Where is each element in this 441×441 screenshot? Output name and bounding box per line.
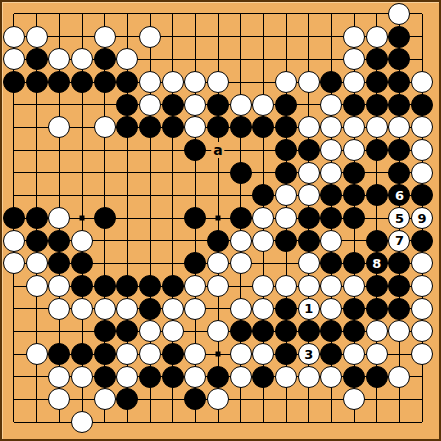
board-cell[interactable]	[297, 207, 320, 230]
board-cell[interactable]	[48, 161, 71, 184]
board-cell[interactable]	[229, 48, 252, 71]
board-cell[interactable]	[343, 139, 366, 162]
board-cell[interactable]	[207, 252, 230, 275]
board-cell[interactable]	[139, 252, 162, 275]
board-cell[interactable]	[93, 365, 116, 388]
board-cell[interactable]	[184, 252, 207, 275]
board-cell[interactable]	[388, 3, 411, 26]
board-cell[interactable]	[184, 297, 207, 320]
board-cell[interactable]	[229, 3, 252, 26]
board-cell[interactable]	[184, 3, 207, 26]
board-cell[interactable]	[229, 161, 252, 184]
board-cell[interactable]	[411, 275, 434, 298]
board-cell[interactable]	[365, 93, 388, 116]
board-cell[interactable]	[275, 411, 298, 434]
board-cell[interactable]	[184, 411, 207, 434]
board-cell[interactable]	[93, 207, 116, 230]
board-cell[interactable]	[139, 320, 162, 343]
board-cell[interactable]	[252, 320, 275, 343]
board-cell[interactable]	[411, 116, 434, 139]
board-cell[interactable]	[116, 320, 139, 343]
board-cell[interactable]	[275, 343, 298, 366]
board-cell[interactable]	[25, 48, 48, 71]
board-cell[interactable]	[365, 139, 388, 162]
board-cell[interactable]	[25, 161, 48, 184]
board-cell[interactable]	[411, 139, 434, 162]
board-cell[interactable]	[365, 71, 388, 94]
board-cell[interactable]	[161, 139, 184, 162]
board-cell[interactable]	[411, 161, 434, 184]
board-cell[interactable]	[71, 411, 94, 434]
board-cell[interactable]	[161, 320, 184, 343]
board-cell[interactable]	[320, 184, 343, 207]
board-cell[interactable]	[275, 365, 298, 388]
board-cell[interactable]	[116, 3, 139, 26]
board-cell[interactable]	[229, 297, 252, 320]
board-cell[interactable]	[365, 297, 388, 320]
board-cell[interactable]	[229, 343, 252, 366]
board-cell[interactable]	[3, 229, 26, 252]
board-cell[interactable]	[297, 320, 320, 343]
board-cell[interactable]	[161, 365, 184, 388]
board-cell[interactable]	[25, 297, 48, 320]
board-cell[interactable]	[116, 184, 139, 207]
board-cell[interactable]	[3, 207, 26, 230]
board-cell[interactable]	[252, 252, 275, 275]
board-cell[interactable]	[388, 411, 411, 434]
board-cell[interactable]	[139, 388, 162, 411]
board-cell[interactable]	[25, 116, 48, 139]
board-cell[interactable]	[343, 411, 366, 434]
board-cell[interactable]	[388, 48, 411, 71]
board-cell[interactable]	[139, 93, 162, 116]
board-cell[interactable]	[275, 207, 298, 230]
board-cell[interactable]	[229, 139, 252, 162]
board-cell[interactable]	[3, 297, 26, 320]
board-cell[interactable]	[139, 139, 162, 162]
board-cell[interactable]	[3, 93, 26, 116]
board-cell[interactable]	[365, 411, 388, 434]
board-cell[interactable]	[48, 297, 71, 320]
board-cell[interactable]	[411, 184, 434, 207]
board-cell[interactable]	[229, 388, 252, 411]
board-cell[interactable]	[207, 184, 230, 207]
board-cell[interactable]	[3, 139, 26, 162]
board-cell[interactable]	[252, 343, 275, 366]
board-cell[interactable]	[343, 320, 366, 343]
board-cell[interactable]	[25, 25, 48, 48]
board-cell[interactable]	[71, 229, 94, 252]
board-cell[interactable]: 6	[388, 184, 411, 207]
board-cell[interactable]	[365, 320, 388, 343]
board-cell[interactable]	[275, 252, 298, 275]
board-cell[interactable]	[48, 365, 71, 388]
board-cell[interactable]	[320, 207, 343, 230]
board-cell[interactable]	[139, 411, 162, 434]
board-cell[interactable]	[116, 229, 139, 252]
board-cell[interactable]	[365, 275, 388, 298]
board-cell[interactable]	[343, 71, 366, 94]
board-cell[interactable]: 8	[365, 252, 388, 275]
board-cell[interactable]	[229, 365, 252, 388]
board-cell[interactable]	[48, 93, 71, 116]
board-cell[interactable]	[297, 116, 320, 139]
board-cell[interactable]	[388, 320, 411, 343]
board-cell[interactable]	[48, 207, 71, 230]
board-cell[interactable]	[184, 161, 207, 184]
board-cell[interactable]: a	[207, 139, 230, 162]
board-cell[interactable]	[71, 365, 94, 388]
board-cell[interactable]	[275, 320, 298, 343]
board-cell[interactable]	[275, 297, 298, 320]
board-cell[interactable]	[320, 116, 343, 139]
board-cell[interactable]	[320, 411, 343, 434]
board-cell[interactable]	[93, 25, 116, 48]
board-cell[interactable]	[116, 207, 139, 230]
board-cell[interactable]	[229, 207, 252, 230]
board-cell[interactable]	[411, 48, 434, 71]
board-cell[interactable]	[275, 116, 298, 139]
board-cell[interactable]	[71, 320, 94, 343]
board-cell[interactable]	[320, 365, 343, 388]
board-cell[interactable]	[25, 207, 48, 230]
board-cell[interactable]	[25, 93, 48, 116]
board-cell[interactable]	[252, 116, 275, 139]
board-cell[interactable]	[365, 365, 388, 388]
board-cell[interactable]	[411, 411, 434, 434]
board-cell[interactable]	[3, 48, 26, 71]
board-cell[interactable]	[93, 229, 116, 252]
board-cell[interactable]	[93, 71, 116, 94]
board-cell[interactable]	[343, 275, 366, 298]
board-cell[interactable]	[25, 275, 48, 298]
board-cell[interactable]	[184, 343, 207, 366]
board-cell[interactable]	[275, 3, 298, 26]
board-cell[interactable]	[252, 184, 275, 207]
board-cell[interactable]	[275, 229, 298, 252]
board-cell[interactable]	[275, 48, 298, 71]
board-cell[interactable]	[116, 71, 139, 94]
board-cell[interactable]	[297, 3, 320, 26]
board-cell[interactable]	[252, 275, 275, 298]
board-cell[interactable]	[3, 365, 26, 388]
board-cell[interactable]	[184, 207, 207, 230]
board-cell[interactable]	[3, 116, 26, 139]
board-cell[interactable]	[3, 161, 26, 184]
board-cell[interactable]	[71, 161, 94, 184]
board-cell[interactable]	[388, 388, 411, 411]
board-cell[interactable]	[411, 320, 434, 343]
board-cell[interactable]	[365, 343, 388, 366]
board-cell[interactable]	[207, 229, 230, 252]
board-cell[interactable]	[229, 275, 252, 298]
board-cell[interactable]	[411, 93, 434, 116]
board-cell[interactable]	[411, 343, 434, 366]
board-cell[interactable]	[184, 388, 207, 411]
board-cell[interactable]	[139, 161, 162, 184]
board-cell[interactable]	[3, 252, 26, 275]
board-cell[interactable]	[297, 71, 320, 94]
board-cell[interactable]	[25, 388, 48, 411]
board-cell[interactable]	[184, 184, 207, 207]
board-cell[interactable]	[297, 161, 320, 184]
board-cell[interactable]	[116, 48, 139, 71]
board-cell[interactable]	[252, 388, 275, 411]
board-cell[interactable]	[48, 3, 71, 26]
board-cell[interactable]	[3, 3, 26, 26]
board-cell[interactable]	[93, 320, 116, 343]
board-cell[interactable]	[411, 25, 434, 48]
board-cell[interactable]	[207, 343, 230, 366]
board-cell[interactable]	[116, 161, 139, 184]
board-cell[interactable]	[116, 139, 139, 162]
board-cell[interactable]	[207, 161, 230, 184]
board-cell[interactable]	[184, 139, 207, 162]
board-cell[interactable]	[93, 388, 116, 411]
board-cell[interactable]	[229, 71, 252, 94]
board-cell[interactable]	[139, 71, 162, 94]
board-cell[interactable]	[184, 48, 207, 71]
board-cell[interactable]: 5	[388, 207, 411, 230]
board-cell[interactable]	[252, 93, 275, 116]
board-cell[interactable]	[161, 161, 184, 184]
board-cell[interactable]	[3, 71, 26, 94]
board-cell[interactable]	[71, 275, 94, 298]
board-cell[interactable]	[229, 93, 252, 116]
board-cell[interactable]	[229, 320, 252, 343]
board-cell[interactable]	[229, 184, 252, 207]
board-cell[interactable]	[320, 252, 343, 275]
board-cell[interactable]	[161, 297, 184, 320]
board-cell[interactable]	[184, 71, 207, 94]
board-cell[interactable]	[48, 139, 71, 162]
board-cell[interactable]	[388, 161, 411, 184]
board-cell[interactable]	[48, 275, 71, 298]
board-cell[interactable]	[71, 252, 94, 275]
board-cell[interactable]	[93, 3, 116, 26]
board-cell[interactable]	[161, 411, 184, 434]
board-cell[interactable]	[25, 3, 48, 26]
board-cell[interactable]	[71, 184, 94, 207]
board-cell[interactable]	[3, 388, 26, 411]
board-cell[interactable]	[25, 252, 48, 275]
board-cell[interactable]	[71, 139, 94, 162]
board-cell[interactable]	[93, 275, 116, 298]
board-cell[interactable]	[252, 71, 275, 94]
board-cell[interactable]	[297, 275, 320, 298]
board-cell[interactable]	[161, 229, 184, 252]
board-cell[interactable]	[343, 184, 366, 207]
board-cell[interactable]	[93, 252, 116, 275]
board-cell[interactable]	[411, 252, 434, 275]
board-cell[interactable]	[207, 3, 230, 26]
board-cell[interactable]	[275, 25, 298, 48]
board-cell[interactable]	[320, 229, 343, 252]
board-cell[interactable]	[184, 365, 207, 388]
board-cell[interactable]	[229, 25, 252, 48]
board-cell[interactable]	[25, 71, 48, 94]
board-cell[interactable]	[297, 93, 320, 116]
board-cell[interactable]	[139, 48, 162, 71]
board-cell[interactable]	[161, 71, 184, 94]
board-cell[interactable]	[275, 275, 298, 298]
board-cell[interactable]	[161, 3, 184, 26]
board-cell[interactable]	[252, 139, 275, 162]
board-cell[interactable]	[320, 25, 343, 48]
board-cell[interactable]	[3, 343, 26, 366]
board-cell[interactable]	[207, 388, 230, 411]
board-cell[interactable]	[252, 3, 275, 26]
board-cell[interactable]	[275, 161, 298, 184]
board-cell[interactable]	[365, 161, 388, 184]
board-cell[interactable]	[161, 252, 184, 275]
board-cell[interactable]	[297, 365, 320, 388]
board-cell[interactable]	[48, 320, 71, 343]
board-cell[interactable]	[139, 229, 162, 252]
board-cell[interactable]	[116, 116, 139, 139]
board-cell[interactable]	[116, 275, 139, 298]
board-cell[interactable]	[343, 93, 366, 116]
board-cell[interactable]	[48, 343, 71, 366]
board-cell[interactable]	[139, 207, 162, 230]
board-cell[interactable]	[71, 297, 94, 320]
board-cell[interactable]	[25, 411, 48, 434]
board-cell[interactable]	[3, 320, 26, 343]
board-cell[interactable]	[139, 365, 162, 388]
board-cell[interactable]	[365, 229, 388, 252]
board-cell[interactable]	[320, 161, 343, 184]
board-cell[interactable]	[71, 48, 94, 71]
board-cell[interactable]	[25, 365, 48, 388]
board-cell[interactable]	[365, 25, 388, 48]
board-cell[interactable]	[343, 161, 366, 184]
board-cell[interactable]	[229, 116, 252, 139]
board-cell[interactable]	[48, 388, 71, 411]
board-cell[interactable]	[343, 297, 366, 320]
board-cell[interactable]	[161, 184, 184, 207]
board-cell[interactable]	[139, 184, 162, 207]
board-cell[interactable]: 1	[297, 297, 320, 320]
board-cell[interactable]	[139, 343, 162, 366]
board-cell[interactable]	[139, 275, 162, 298]
board-cell[interactable]	[343, 252, 366, 275]
board-cell[interactable]	[297, 411, 320, 434]
board-cell[interactable]	[207, 25, 230, 48]
board-cell[interactable]	[275, 139, 298, 162]
board-cell[interactable]	[275, 388, 298, 411]
board-cell[interactable]	[161, 48, 184, 71]
board-cell[interactable]	[184, 275, 207, 298]
board-cell[interactable]	[388, 365, 411, 388]
board-cell[interactable]	[320, 139, 343, 162]
board-cell[interactable]	[139, 25, 162, 48]
board-cell[interactable]	[320, 48, 343, 71]
board-cell[interactable]	[320, 71, 343, 94]
board-cell[interactable]	[207, 116, 230, 139]
board-cell[interactable]	[411, 71, 434, 94]
board-cell[interactable]	[320, 320, 343, 343]
board-cell[interactable]	[71, 71, 94, 94]
board-cell[interactable]	[252, 25, 275, 48]
board-cell[interactable]	[48, 229, 71, 252]
board-cell[interactable]	[93, 139, 116, 162]
board-cell[interactable]	[161, 388, 184, 411]
board-cell[interactable]	[320, 93, 343, 116]
board-cell[interactable]	[343, 365, 366, 388]
board-cell[interactable]	[48, 71, 71, 94]
board-cell[interactable]	[252, 297, 275, 320]
board-cell[interactable]	[411, 297, 434, 320]
board-cell[interactable]	[388, 252, 411, 275]
board-cell[interactable]	[252, 411, 275, 434]
board-cell[interactable]	[25, 184, 48, 207]
board-cell[interactable]	[71, 25, 94, 48]
board-cell[interactable]	[365, 207, 388, 230]
board-cell[interactable]	[161, 93, 184, 116]
board-cell[interactable]	[207, 411, 230, 434]
board-cell[interactable]	[297, 388, 320, 411]
board-cell[interactable]	[297, 48, 320, 71]
board-cell[interactable]	[71, 93, 94, 116]
board-cell[interactable]	[365, 184, 388, 207]
board-cell[interactable]: 7	[388, 229, 411, 252]
board-cell[interactable]	[388, 139, 411, 162]
board-cell[interactable]	[207, 48, 230, 71]
board-cell[interactable]	[343, 3, 366, 26]
board-cell[interactable]	[116, 93, 139, 116]
board-cell[interactable]	[25, 229, 48, 252]
board-cell[interactable]	[184, 93, 207, 116]
board-cell[interactable]	[388, 25, 411, 48]
board-cell[interactable]	[184, 116, 207, 139]
board-cell[interactable]	[161, 275, 184, 298]
board-cell[interactable]	[184, 320, 207, 343]
board-cell[interactable]	[365, 388, 388, 411]
board-cell[interactable]	[25, 320, 48, 343]
board-cell[interactable]	[93, 48, 116, 71]
board-cell[interactable]	[207, 365, 230, 388]
board-cell[interactable]	[139, 297, 162, 320]
board-cell[interactable]	[388, 116, 411, 139]
board-cell[interactable]	[161, 116, 184, 139]
board-cell[interactable]	[343, 343, 366, 366]
board-cell[interactable]	[93, 184, 116, 207]
board-cell[interactable]	[48, 48, 71, 71]
board-cell[interactable]	[343, 25, 366, 48]
board-cell[interactable]	[229, 411, 252, 434]
board-cell[interactable]	[3, 184, 26, 207]
board-cell[interactable]	[93, 93, 116, 116]
board-cell[interactable]	[411, 388, 434, 411]
board-cell[interactable]	[275, 184, 298, 207]
board-cell[interactable]	[252, 48, 275, 71]
board-cell[interactable]	[48, 252, 71, 275]
board-cell[interactable]	[275, 93, 298, 116]
board-cell[interactable]	[411, 229, 434, 252]
board-cell[interactable]	[343, 229, 366, 252]
board-cell[interactable]	[320, 343, 343, 366]
board-cell[interactable]	[207, 320, 230, 343]
board-cell[interactable]	[388, 93, 411, 116]
board-cell[interactable]	[71, 116, 94, 139]
board-cell[interactable]	[252, 229, 275, 252]
board-cell[interactable]	[207, 71, 230, 94]
board-cell[interactable]	[184, 25, 207, 48]
board-cell[interactable]	[320, 275, 343, 298]
board-cell[interactable]	[207, 207, 230, 230]
board-cell[interactable]	[388, 71, 411, 94]
board-cell[interactable]	[252, 207, 275, 230]
